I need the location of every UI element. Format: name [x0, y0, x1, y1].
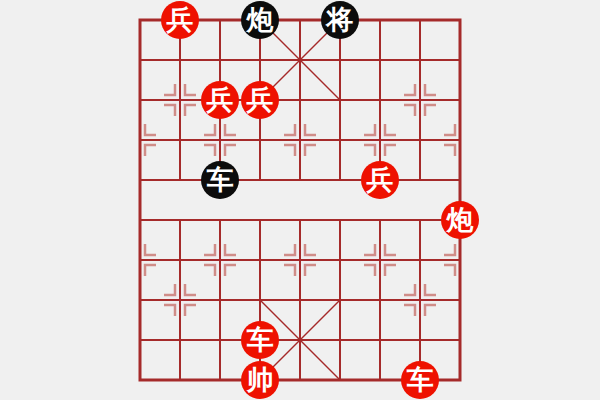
piece-red-soldier[interactable]: 兵: [201, 81, 239, 119]
piece-black-general[interactable]: 将: [321, 1, 359, 39]
piece-red-chariot[interactable]: 车: [401, 361, 439, 399]
piece-black-chariot[interactable]: 车: [201, 161, 239, 199]
piece-red-chariot[interactable]: 车: [241, 321, 279, 359]
board-grid: [0, 0, 600, 400]
piece-black-cannon[interactable]: 炮: [241, 1, 279, 39]
xiangqi-board: 兵炮将兵兵车兵炮车帅车: [0, 0, 600, 400]
piece-red-soldier[interactable]: 兵: [241, 81, 279, 119]
piece-red-soldier[interactable]: 兵: [161, 1, 199, 39]
piece-red-cannon[interactable]: 炮: [441, 201, 479, 239]
piece-red-general[interactable]: 帅: [241, 361, 279, 399]
piece-red-soldier[interactable]: 兵: [361, 161, 399, 199]
